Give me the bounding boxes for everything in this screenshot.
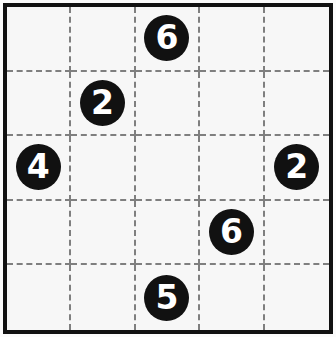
cell-r1c3[interactable]: 6: [136, 7, 200, 72]
cell-r4c5[interactable]: [265, 201, 329, 266]
cell-r3c3[interactable]: [136, 136, 200, 201]
clue-circle-r1c3: 6: [144, 15, 189, 61]
cell-r2c5[interactable]: [265, 72, 329, 137]
cell-r2c3[interactable]: [136, 72, 200, 137]
cell-r5c2[interactable]: [71, 265, 135, 330]
puzzle-page: 624265: [0, 0, 336, 337]
clue-circle-r2c2: 2: [80, 80, 125, 126]
cell-r5c3[interactable]: 5: [136, 265, 200, 330]
cell-r1c1[interactable]: [7, 7, 71, 72]
clue-circle-r5c3: 5: [144, 275, 189, 321]
cell-r3c2[interactable]: [71, 136, 135, 201]
cell-r4c1[interactable]: [7, 201, 71, 266]
cell-r5c4[interactable]: [200, 265, 264, 330]
cell-r4c3[interactable]: [136, 201, 200, 266]
cell-r4c4[interactable]: 6: [200, 201, 264, 266]
cell-r5c5[interactable]: [265, 265, 329, 330]
clue-circle-r3c5: 2: [274, 144, 319, 190]
cell-r3c1[interactable]: 4: [7, 136, 71, 201]
cell-r2c4[interactable]: [200, 72, 264, 137]
cell-r5c1[interactable]: [7, 265, 71, 330]
cell-r3c5[interactable]: 2: [265, 136, 329, 201]
puzzle-board: 624265: [3, 3, 333, 334]
clue-circle-r3c1: 4: [16, 144, 61, 190]
clue-circle-r4c4: 6: [209, 209, 254, 255]
cell-r4c2[interactable]: [71, 201, 135, 266]
cell-r3c4[interactable]: [200, 136, 264, 201]
cell-r1c4[interactable]: [200, 7, 264, 72]
cell-r2c2[interactable]: 2: [71, 72, 135, 137]
cell-r1c5[interactable]: [265, 7, 329, 72]
cell-r1c2[interactable]: [71, 7, 135, 72]
cell-r2c1[interactable]: [7, 72, 71, 137]
